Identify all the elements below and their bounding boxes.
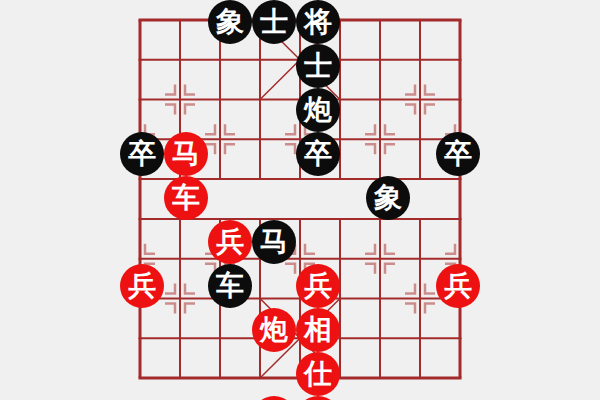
piece-black-general[interactable]: 将 (296, 0, 340, 44)
piece-black-elephant[interactable]: 象 (208, 0, 252, 44)
piece-red-chariot[interactable]: 车 (164, 176, 208, 220)
piece-black-soldier[interactable]: 卒 (120, 132, 164, 176)
piece-red-horse[interactable]: 马 (164, 132, 208, 176)
piece-black-soldier[interactable]: 卒 (436, 132, 480, 176)
piece-red-soldier[interactable]: 兵 (208, 220, 252, 264)
xiangqi-board: 象士将士炮卒马卒卒车象兵马兵车兵兵炮相仕仕帅 (120, 0, 480, 398)
piece-black-cannon[interactable]: 炮 (296, 88, 340, 132)
piece-black-advisor[interactable]: 士 (252, 0, 296, 44)
piece-red-cannon[interactable]: 炮 (252, 308, 296, 352)
piece-red-soldier[interactable]: 兵 (296, 264, 340, 308)
piece-black-elephant[interactable]: 象 (366, 176, 410, 220)
piece-red-elephant[interactable]: 相 (296, 308, 340, 352)
piece-red-soldier[interactable]: 兵 (436, 264, 480, 308)
piece-red-advisor[interactable]: 仕 (296, 352, 340, 396)
piece-black-soldier[interactable]: 卒 (296, 132, 340, 176)
xiangqi-screenshot: 象士将士炮卒马卒卒车象兵马兵车兵兵炮相仕仕帅 (0, 0, 600, 400)
piece-red-soldier[interactable]: 兵 (120, 264, 164, 308)
piece-black-advisor[interactable]: 士 (296, 44, 340, 88)
piece-black-chariot[interactable]: 车 (208, 264, 252, 308)
piece-black-horse[interactable]: 马 (252, 220, 296, 264)
